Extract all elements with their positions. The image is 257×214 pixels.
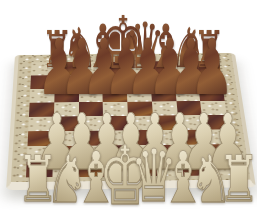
square-d7 — [102, 75, 126, 89]
square-e5 — [127, 102, 152, 116]
chess-set-photo: ♜♞♝♚♛♝♞♜♟♟♟♟♟♟♟♟♟♟♟♟♟♟♟♟♜♞♝♚♛♝♞♜ — [0, 0, 257, 214]
square-f1 — [156, 160, 183, 176]
square-c1 — [78, 161, 104, 177]
square-g3 — [179, 130, 206, 145]
square-b8 — [55, 62, 79, 75]
square-e3 — [129, 130, 155, 145]
square-d5 — [103, 102, 128, 116]
square-c2 — [78, 146, 104, 162]
square-c6 — [79, 88, 103, 102]
square-c5 — [78, 102, 103, 116]
square-g8 — [172, 61, 197, 74]
square-a3 — [27, 131, 53, 146]
square-e4 — [128, 116, 154, 131]
board-grid — [26, 61, 235, 178]
square-a2 — [27, 146, 53, 162]
square-c8 — [79, 62, 103, 75]
square-d1 — [104, 161, 130, 177]
square-g1 — [181, 160, 209, 176]
square-e8 — [125, 61, 149, 74]
square-d3 — [104, 130, 130, 145]
square-f3 — [154, 130, 180, 145]
square-e7 — [126, 74, 151, 88]
square-f6 — [151, 88, 176, 102]
square-e1 — [130, 160, 157, 176]
square-d4 — [103, 116, 128, 131]
square-h8 — [196, 61, 221, 74]
square-c3 — [78, 131, 103, 146]
square-c4 — [78, 116, 103, 131]
square-f4 — [153, 115, 179, 130]
square-h2 — [205, 144, 232, 160]
square-c7 — [79, 75, 103, 89]
square-h1 — [207, 159, 235, 175]
chess-board — [6, 53, 256, 190]
square-b6 — [54, 88, 78, 102]
square-f2 — [155, 145, 182, 161]
square-d6 — [103, 88, 128, 102]
square-h4 — [202, 115, 229, 130]
square-a1 — [26, 161, 53, 177]
square-b1 — [52, 161, 78, 177]
square-g7 — [174, 74, 199, 88]
square-h6 — [199, 87, 225, 101]
square-g5 — [176, 101, 202, 115]
square-b5 — [54, 102, 79, 116]
square-g2 — [180, 144, 207, 160]
square-h5 — [200, 101, 226, 115]
square-f5 — [152, 101, 178, 115]
square-g6 — [175, 87, 201, 101]
square-d8 — [102, 62, 126, 75]
square-h3 — [204, 129, 231, 144]
square-a6 — [30, 89, 55, 103]
square-h7 — [197, 74, 223, 88]
square-a8 — [31, 62, 55, 75]
square-b2 — [53, 146, 79, 162]
square-b3 — [53, 131, 78, 146]
square-f8 — [149, 61, 174, 74]
square-a7 — [30, 75, 54, 89]
square-b4 — [53, 116, 78, 131]
square-e6 — [127, 88, 152, 102]
square-g4 — [177, 115, 203, 130]
square-a5 — [29, 102, 54, 116]
square-d2 — [104, 145, 130, 161]
square-a4 — [28, 117, 53, 132]
square-b7 — [54, 75, 78, 89]
square-e2 — [129, 145, 155, 161]
square-f7 — [150, 74, 175, 88]
